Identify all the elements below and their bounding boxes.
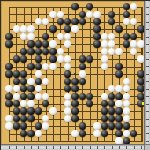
ruler-tick bbox=[146, 22, 149, 23]
ruler-tick bbox=[104, 146, 105, 149]
ruler-tick bbox=[146, 133, 149, 134]
ruler-tick bbox=[16, 146, 17, 149]
ruler-tick bbox=[31, 146, 32, 149]
white-stone bbox=[57, 55, 64, 62]
black-stone bbox=[5, 40, 12, 47]
white-stone bbox=[101, 48, 108, 55]
black-stone bbox=[20, 122, 27, 129]
white-stone bbox=[49, 63, 56, 70]
ruler-tick bbox=[38, 146, 39, 149]
white-stone bbox=[115, 85, 122, 92]
ruler-tick bbox=[146, 81, 149, 82]
white-stone bbox=[101, 55, 108, 62]
black-stone bbox=[13, 55, 20, 62]
black-stone bbox=[27, 63, 34, 70]
black-stone bbox=[71, 85, 78, 92]
ruler-tick bbox=[146, 126, 149, 127]
ruler-tick bbox=[146, 89, 149, 90]
ruler-tick bbox=[112, 146, 113, 149]
black-stone bbox=[93, 25, 100, 32]
white-stone bbox=[35, 130, 42, 137]
black-stone bbox=[108, 122, 115, 129]
ruler-tick bbox=[146, 66, 149, 67]
go-applet-window bbox=[0, 0, 150, 150]
black-stone bbox=[35, 78, 42, 85]
ruler-tick bbox=[24, 146, 25, 149]
ruler-tick bbox=[68, 146, 69, 149]
white-stone bbox=[115, 100, 122, 107]
white-stone bbox=[123, 107, 130, 114]
black-stone bbox=[79, 63, 86, 70]
right-coordinate-ruler bbox=[144, 1, 150, 150]
ruler-tick bbox=[53, 146, 54, 149]
white-stone bbox=[93, 122, 100, 129]
black-stone bbox=[27, 115, 34, 122]
ruler-tick bbox=[146, 37, 149, 38]
ruler-tick bbox=[146, 96, 149, 97]
black-stone bbox=[79, 93, 86, 100]
black-stone bbox=[115, 122, 122, 129]
ruler-tick bbox=[126, 146, 127, 149]
white-stone bbox=[13, 25, 20, 32]
black-stone bbox=[27, 107, 34, 114]
white-stone bbox=[42, 122, 49, 129]
ruler-tick bbox=[146, 14, 149, 15]
ruler-tick bbox=[146, 141, 149, 142]
white-stone bbox=[79, 70, 86, 77]
white-stone bbox=[27, 25, 34, 32]
white-stone bbox=[101, 40, 108, 47]
ruler-tick bbox=[146, 119, 149, 120]
white-stone bbox=[64, 40, 71, 47]
black-stone bbox=[79, 122, 86, 129]
white-stone bbox=[71, 25, 78, 32]
white-stone bbox=[123, 130, 130, 137]
black-stone bbox=[5, 63, 12, 70]
black-stone bbox=[123, 122, 130, 129]
white-stone bbox=[27, 78, 34, 85]
black-stone bbox=[20, 107, 27, 114]
ruler-corner bbox=[144, 144, 150, 150]
white-stone bbox=[64, 55, 71, 62]
ruler-tick bbox=[134, 146, 135, 149]
black-stone bbox=[20, 70, 27, 77]
black-stone bbox=[123, 11, 130, 18]
black-stone bbox=[123, 40, 130, 47]
black-stone bbox=[115, 63, 122, 70]
white-stone bbox=[27, 33, 34, 40]
black-stone bbox=[27, 130, 34, 137]
black-stone bbox=[93, 33, 100, 40]
black-stone bbox=[42, 40, 49, 47]
black-stone bbox=[79, 11, 86, 18]
ruler-tick bbox=[146, 59, 149, 60]
ruler-tick bbox=[146, 44, 149, 45]
black-stone bbox=[115, 107, 122, 114]
black-stone bbox=[115, 25, 122, 32]
black-stone bbox=[13, 78, 20, 85]
white-stone bbox=[5, 115, 12, 122]
black-stone bbox=[71, 115, 78, 122]
white-stone bbox=[64, 107, 71, 114]
white-stone bbox=[27, 100, 34, 107]
black-stone bbox=[35, 55, 42, 62]
black-stone bbox=[115, 70, 122, 77]
black-stone bbox=[64, 70, 71, 77]
ruler-tick bbox=[75, 146, 76, 149]
black-stone bbox=[71, 18, 78, 25]
ruler-tick bbox=[90, 146, 91, 149]
black-stone bbox=[13, 107, 20, 114]
black-stone bbox=[79, 55, 86, 62]
white-stone bbox=[57, 11, 64, 18]
black-stone bbox=[13, 122, 20, 129]
white-stone bbox=[93, 130, 100, 137]
white-stone bbox=[71, 130, 78, 137]
black-stone bbox=[101, 107, 108, 114]
ruler-tick bbox=[146, 52, 149, 53]
black-stone bbox=[49, 55, 56, 62]
ruler-tick bbox=[46, 146, 47, 149]
white-stone bbox=[49, 11, 56, 18]
black-stone bbox=[115, 115, 122, 122]
black-stone bbox=[71, 100, 78, 107]
white-stone bbox=[13, 93, 20, 100]
bottom-coordinate-ruler bbox=[1, 144, 150, 150]
black-stone bbox=[5, 100, 12, 107]
ruler-tick bbox=[146, 7, 149, 8]
black-stone bbox=[49, 25, 56, 32]
black-stone bbox=[35, 107, 42, 114]
go-board[interactable] bbox=[1, 1, 145, 145]
black-stone bbox=[20, 55, 27, 62]
black-stone bbox=[35, 122, 42, 129]
black-stone bbox=[27, 48, 34, 55]
white-stone bbox=[123, 93, 130, 100]
white-stone bbox=[49, 40, 56, 47]
white-stone bbox=[49, 107, 56, 114]
black-stone bbox=[5, 33, 12, 40]
black-stone bbox=[27, 40, 34, 47]
ruler-tick bbox=[141, 146, 142, 149]
ruler-tick bbox=[146, 104, 149, 105]
black-stone bbox=[79, 130, 86, 137]
white-stone bbox=[123, 78, 130, 85]
ruler-tick bbox=[119, 146, 120, 149]
white-stone bbox=[115, 48, 122, 55]
black-stone bbox=[86, 55, 93, 62]
white-stone bbox=[108, 40, 115, 47]
black-stone bbox=[13, 70, 20, 77]
black-stone bbox=[35, 63, 42, 70]
ruler-tick bbox=[82, 146, 83, 149]
ruler-tick bbox=[97, 146, 98, 149]
black-stone bbox=[27, 93, 34, 100]
white-stone bbox=[5, 122, 12, 129]
ruler-tick bbox=[146, 74, 149, 75]
black-stone bbox=[115, 93, 122, 100]
black-stone bbox=[108, 107, 115, 114]
black-stone bbox=[71, 93, 78, 100]
black-stone bbox=[5, 70, 12, 77]
black-stone bbox=[115, 130, 122, 137]
ruler-tick bbox=[146, 29, 149, 30]
ruler-tick bbox=[146, 111, 149, 112]
white-stone bbox=[101, 93, 108, 100]
black-stone bbox=[71, 78, 78, 85]
black-stone bbox=[71, 107, 78, 114]
white-stone bbox=[93, 11, 100, 18]
black-stone bbox=[49, 48, 56, 55]
black-stone bbox=[101, 130, 108, 137]
white-stone bbox=[101, 63, 108, 70]
black-stone bbox=[93, 18, 100, 25]
black-stone bbox=[101, 122, 108, 129]
black-stone bbox=[5, 93, 12, 100]
white-stone bbox=[35, 93, 42, 100]
white-stone bbox=[35, 70, 42, 77]
black-stone bbox=[79, 78, 86, 85]
white-stone bbox=[130, 40, 137, 47]
black-stone bbox=[35, 40, 42, 47]
ruler-tick bbox=[9, 146, 10, 149]
black-stone bbox=[93, 40, 100, 47]
ruler-tick bbox=[60, 146, 61, 149]
